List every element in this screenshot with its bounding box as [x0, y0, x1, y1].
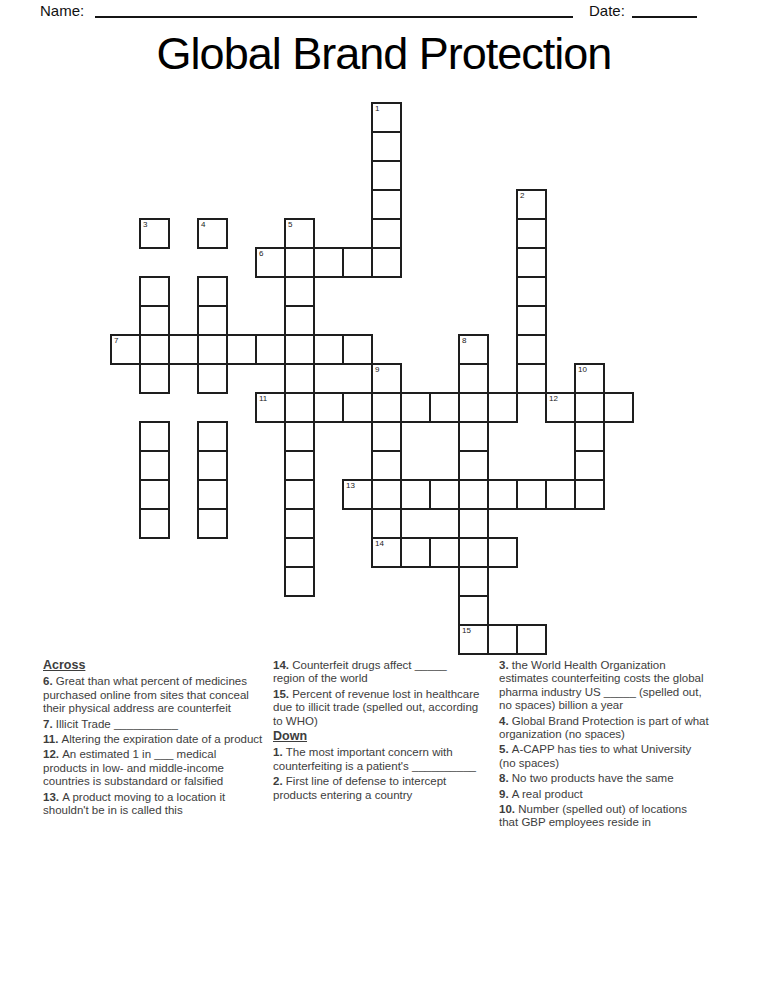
grid-cell-r12c16[interactable] — [574, 450, 605, 481]
clue-9: 9. A real product — [499, 788, 709, 801]
cell-number-3: 3 — [143, 220, 147, 230]
grid-cell-r10c11[interactable] — [429, 392, 460, 423]
grid-cell-r3c9[interactable] — [371, 189, 402, 220]
clue-14: 14. Counterfeit drugs affect _____ regio… — [273, 659, 481, 686]
grid-cell-r7c14[interactable] — [516, 305, 547, 336]
grid-cell-r13c10[interactable] — [400, 479, 431, 510]
grid-cell-r9c16[interactable]: 10 — [574, 363, 605, 394]
grid-cell-r8c2[interactable] — [168, 334, 199, 365]
grid-cell-r15c12[interactable] — [458, 537, 489, 568]
grid-cell-r8c1[interactable] — [139, 334, 170, 365]
grid-cell-r14c12[interactable] — [458, 508, 489, 539]
grid-cell-r4c14[interactable] — [516, 218, 547, 249]
grid-cell-r13c12[interactable] — [458, 479, 489, 510]
grid-cell-r16c12[interactable] — [458, 566, 489, 597]
clue-1: 1. The most important concern with count… — [273, 746, 481, 773]
grid-cell-r15c9[interactable]: 14 — [371, 537, 402, 568]
clue-15: 15. Percent of revenue lost in healthcar… — [273, 688, 481, 728]
grid-cell-r1c9[interactable] — [371, 131, 402, 162]
grid-cell-r8c12[interactable]: 8 — [458, 334, 489, 365]
clue-7: 7. Illicit Trade __________ — [43, 718, 263, 731]
grid-cell-r6c6[interactable] — [284, 276, 315, 307]
grid-cell-r9c12[interactable] — [458, 363, 489, 394]
clue-6: 6. Great than what percent of medicines … — [43, 675, 263, 715]
grid-cell-r13c15[interactable] — [545, 479, 576, 510]
grid-cell-r9c14[interactable] — [516, 363, 547, 394]
grid-cell-r12c6[interactable] — [284, 450, 315, 481]
page-title: Global Brand Protection — [0, 28, 768, 80]
grid-cell-r4c6[interactable]: 5 — [284, 218, 315, 249]
grid-cell-r11c12[interactable] — [458, 421, 489, 452]
grid-cell-r5c14[interactable] — [516, 247, 547, 278]
grid-cell-r14c6[interactable] — [284, 508, 315, 539]
grid-cell-r15c10[interactable] — [400, 537, 431, 568]
grid-cell-r5c9[interactable] — [371, 247, 402, 278]
grid-cell-r13c6[interactable] — [284, 479, 315, 510]
name-blank-line[interactable] — [95, 16, 573, 18]
grid-cell-r8c5[interactable] — [255, 334, 286, 365]
grid-cell-r10c17[interactable] — [603, 392, 634, 423]
date-blank-line[interactable] — [632, 16, 697, 18]
grid-cell-r17c12[interactable] — [458, 595, 489, 626]
cell-number-1: 1 — [375, 104, 379, 114]
clue-12: 12. An estimated 1 in ___ medical produc… — [43, 748, 263, 788]
clue-column-3: 3. the World Health Organization estimat… — [499, 659, 709, 832]
grid-cell-r14c9[interactable] — [371, 508, 402, 539]
cell-number-2: 2 — [520, 191, 524, 201]
grid-cell-r8c0[interactable]: 7 — [110, 334, 141, 365]
grid-cell-r11c3[interactable] — [197, 421, 228, 452]
grid-cell-r4c3[interactable]: 4 — [197, 218, 228, 249]
grid-cell-r11c6[interactable] — [284, 421, 315, 452]
grid-cell-r13c11[interactable] — [429, 479, 460, 510]
across-heading: Across — [43, 659, 263, 672]
clue-10: 10. Number (spelled out) of locations th… — [499, 803, 709, 830]
grid-cell-r6c3[interactable] — [197, 276, 228, 307]
grid-cell-r12c12[interactable] — [458, 450, 489, 481]
grid-cell-r16c6[interactable] — [284, 566, 315, 597]
cell-number-13: 13 — [346, 481, 355, 491]
cell-number-5: 5 — [288, 220, 292, 230]
grid-cell-r9c3[interactable] — [197, 363, 228, 394]
grid-cell-r14c3[interactable] — [197, 508, 228, 539]
grid-cell-r8c3[interactable] — [197, 334, 228, 365]
grid-cell-r8c7[interactable] — [313, 334, 344, 365]
grid-cell-r18c13[interactable] — [487, 624, 518, 655]
grid-cell-r5c6[interactable] — [284, 247, 315, 278]
grid-cell-r13c9[interactable] — [371, 479, 402, 510]
cell-number-7: 7 — [114, 336, 118, 346]
clue-11: 11. Altering the expiration date of a pr… — [43, 733, 263, 746]
grid-cell-r7c3[interactable] — [197, 305, 228, 336]
grid-cell-r15c6[interactable] — [284, 537, 315, 568]
grid-cell-r10c15[interactable]: 12 — [545, 392, 576, 423]
worksheet: Name: Date: Global Brand Protection 1234… — [0, 0, 768, 994]
grid-cell-r7c6[interactable] — [284, 305, 315, 336]
grid-cell-r9c1[interactable] — [139, 363, 170, 394]
grid-cell-r13c16[interactable] — [574, 479, 605, 510]
cell-number-12: 12 — [549, 394, 558, 404]
grid-cell-r3c14[interactable]: 2 — [516, 189, 547, 220]
grid-cell-r9c9[interactable]: 9 — [371, 363, 402, 394]
grid-cell-r18c12[interactable]: 15 — [458, 624, 489, 655]
clue-8: 8. No two products have the same — [499, 772, 709, 785]
grid-cell-r8c14[interactable] — [516, 334, 547, 365]
cell-number-14: 14 — [375, 539, 384, 549]
grid-cell-r11c1[interactable] — [139, 421, 170, 452]
clue-column-1: Across6. Great than what percent of medi… — [43, 659, 263, 819]
grid-cell-r5c5[interactable]: 6 — [255, 247, 286, 278]
clue-4: 4. Global Brand Protection is part of wh… — [499, 715, 709, 742]
grid-cell-r7c1[interactable] — [139, 305, 170, 336]
grid-cell-r6c14[interactable] — [516, 276, 547, 307]
grid-cell-r5c7[interactable] — [313, 247, 344, 278]
grid-cell-r11c16[interactable] — [574, 421, 605, 452]
clue-13: 13. A product moving to a location it sh… — [43, 791, 263, 818]
grid-cell-r12c3[interactable] — [197, 450, 228, 481]
clue-5: 5. A-CAPP has ties to what University (n… — [499, 743, 709, 770]
name-label: Name: — [40, 2, 84, 19]
date-label: Date: — [589, 2, 625, 19]
grid-cell-r4c1[interactable]: 3 — [139, 218, 170, 249]
grid-cell-r10c9[interactable] — [371, 392, 402, 423]
grid-cell-r13c3[interactable] — [197, 479, 228, 510]
grid-cell-r8c6[interactable] — [284, 334, 315, 365]
grid-cell-r10c16[interactable] — [574, 392, 605, 423]
cell-number-8: 8 — [462, 336, 466, 346]
grid-cell-r13c13[interactable] — [487, 479, 518, 510]
grid-cell-r9c6[interactable] — [284, 363, 315, 394]
grid-cell-r13c1[interactable] — [139, 479, 170, 510]
grid-cell-r10c12[interactable] — [458, 392, 489, 423]
grid-cell-r10c5[interactable]: 11 — [255, 392, 286, 423]
grid-cell-r8c8[interactable] — [342, 334, 373, 365]
grid-cell-r15c13[interactable] — [487, 537, 518, 568]
grid-cell-r18c14[interactable] — [516, 624, 547, 655]
cell-number-9: 9 — [375, 365, 379, 375]
grid-cell-r11c9[interactable] — [371, 421, 402, 452]
grid-cell-r10c8[interactable] — [342, 392, 373, 423]
grid-cell-r10c6[interactable] — [284, 392, 315, 423]
crossword-grid: 123456789101112131415 — [111, 103, 633, 654]
grid-cell-r5c8[interactable] — [342, 247, 373, 278]
cell-number-15: 15 — [462, 626, 471, 636]
grid-cell-r4c9[interactable] — [371, 218, 402, 249]
cell-number-11: 11 — [259, 394, 267, 404]
cell-number-6: 6 — [259, 249, 263, 259]
down-heading: Down — [273, 730, 481, 743]
cell-number-4: 4 — [201, 220, 205, 230]
clue-3: 3. the World Health Organization estimat… — [499, 659, 709, 713]
clue-2: 2. First line of defense to intercept pr… — [273, 775, 481, 802]
grid-cell-r13c8[interactable]: 13 — [342, 479, 373, 510]
grid-cell-r15c11[interactable] — [429, 537, 460, 568]
grid-cell-r13c14[interactable] — [516, 479, 547, 510]
clue-column-2: 14. Counterfeit drugs affect _____ regio… — [273, 659, 481, 804]
grid-cell-r12c9[interactable] — [371, 450, 402, 481]
grid-cell-r10c7[interactable] — [313, 392, 344, 423]
grid-cell-r12c1[interactable] — [139, 450, 170, 481]
grid-cell-r0c9[interactable]: 1 — [371, 102, 402, 133]
grid-cell-r2c9[interactable] — [371, 160, 402, 191]
cell-number-10: 10 — [578, 365, 587, 375]
grid-cell-r14c1[interactable] — [139, 508, 170, 539]
grid-cell-r6c1[interactable] — [139, 276, 170, 307]
grid-cell-r10c10[interactable] — [400, 392, 431, 423]
grid-cell-r8c4[interactable] — [226, 334, 257, 365]
grid-cell-r10c13[interactable] — [487, 392, 518, 423]
